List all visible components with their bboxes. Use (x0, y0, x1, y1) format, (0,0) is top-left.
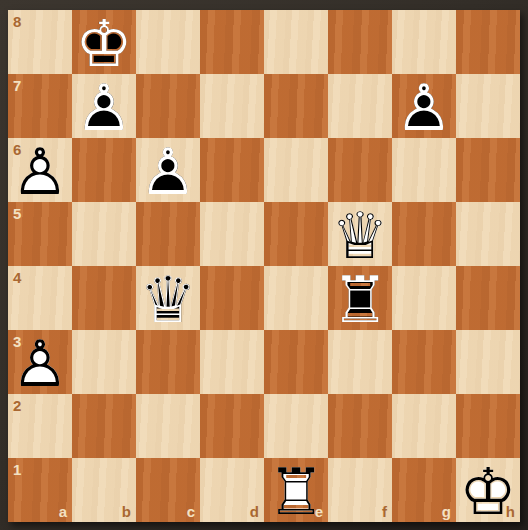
square-a1[interactable]: 1a (8, 458, 72, 522)
square-b1[interactable]: b (72, 458, 136, 522)
square-g1[interactable]: g (392, 458, 456, 522)
square-e4[interactable] (264, 266, 328, 330)
rank-label-1: 1 (13, 462, 21, 477)
square-g5[interactable] (392, 202, 456, 266)
square-a7[interactable]: 7 (8, 74, 72, 138)
square-f3[interactable] (328, 330, 392, 394)
black-rook-f4[interactable]: ♜♖ (328, 266, 392, 330)
square-f5[interactable]: ♛♕ (328, 202, 392, 266)
square-e1[interactable]: e♜♖ (264, 458, 328, 522)
square-c8[interactable] (136, 10, 200, 74)
square-g4[interactable] (392, 266, 456, 330)
square-c3[interactable] (136, 330, 200, 394)
square-h2[interactable] (456, 394, 520, 458)
square-d3[interactable] (200, 330, 264, 394)
square-g2[interactable] (392, 394, 456, 458)
square-e6[interactable] (264, 138, 328, 202)
square-a8[interactable]: 8 (8, 10, 72, 74)
white-pawn-outline-glyph: ♙ (11, 332, 68, 396)
rank-label-4: 4 (13, 270, 21, 285)
white-pawn-outline-glyph: ♙ (11, 140, 68, 204)
square-h6[interactable] (456, 138, 520, 202)
file-label-a: a (59, 504, 67, 519)
white-rook-e1[interactable]: ♜♖ (264, 458, 328, 522)
square-c6[interactable]: ♟♙ (136, 138, 200, 202)
square-a2[interactable]: 2 (8, 394, 72, 458)
white-pawn-a3[interactable]: ♟♙ (8, 330, 72, 394)
square-g6[interactable] (392, 138, 456, 202)
black-king-b8[interactable]: ♚♔ (72, 10, 136, 74)
square-b6[interactable] (72, 138, 136, 202)
square-f7[interactable] (328, 74, 392, 138)
square-f1[interactable]: f (328, 458, 392, 522)
square-b5[interactable] (72, 202, 136, 266)
square-g7[interactable]: ♟♙ (392, 74, 456, 138)
square-c2[interactable] (136, 394, 200, 458)
square-c7[interactable] (136, 74, 200, 138)
square-h7[interactable] (456, 74, 520, 138)
square-a4[interactable]: 4 (8, 266, 72, 330)
file-label-f: f (382, 504, 387, 519)
white-king-h1[interactable]: ♚♔ (456, 458, 520, 522)
white-queen-outline-glyph: ♕ (331, 204, 388, 268)
black-queen-c4[interactable]: ♛♕ (136, 266, 200, 330)
square-a6[interactable]: 6♟♙ (8, 138, 72, 202)
rank-label-8: 8 (13, 14, 21, 29)
white-pawn-a6[interactable]: ♟♙ (8, 138, 72, 202)
square-d5[interactable] (200, 202, 264, 266)
square-h1[interactable]: h♚♔ (456, 458, 520, 522)
square-d6[interactable] (200, 138, 264, 202)
file-label-d: d (250, 504, 259, 519)
square-b7[interactable]: ♟♙ (72, 74, 136, 138)
square-e3[interactable] (264, 330, 328, 394)
white-rook-outline-glyph: ♖ (267, 460, 324, 524)
square-d7[interactable] (200, 74, 264, 138)
square-e2[interactable] (264, 394, 328, 458)
file-label-c: c (187, 504, 195, 519)
file-label-g: g (442, 504, 451, 519)
square-b8[interactable]: ♚♔ (72, 10, 136, 74)
black-rook-outline-glyph: ♖ (331, 268, 388, 332)
square-g8[interactable] (392, 10, 456, 74)
chessboard: 8♚♔7♟♙♟♙6♟♙♟♙5♛♕4♛♕♜♖3♟♙21abcde♜♖fgh♚♔ (8, 10, 520, 522)
square-h3[interactable] (456, 330, 520, 394)
black-pawn-outline-glyph: ♙ (395, 76, 452, 140)
white-queen-f5[interactable]: ♛♕ (328, 202, 392, 266)
black-pawn-g7[interactable]: ♟♙ (392, 74, 456, 138)
black-king-outline-glyph: ♔ (75, 12, 132, 76)
square-a5[interactable]: 5 (8, 202, 72, 266)
square-f8[interactable] (328, 10, 392, 74)
square-d8[interactable] (200, 10, 264, 74)
square-h4[interactable] (456, 266, 520, 330)
square-b4[interactable] (72, 266, 136, 330)
black-queen-outline-glyph: ♕ (139, 268, 196, 332)
square-e5[interactable] (264, 202, 328, 266)
square-b2[interactable] (72, 394, 136, 458)
black-pawn-b7[interactable]: ♟♙ (72, 74, 136, 138)
square-f2[interactable] (328, 394, 392, 458)
square-g3[interactable] (392, 330, 456, 394)
square-c5[interactable] (136, 202, 200, 266)
square-d1[interactable]: d (200, 458, 264, 522)
square-h5[interactable] (456, 202, 520, 266)
square-c1[interactable]: c (136, 458, 200, 522)
rank-label-7: 7 (13, 78, 21, 93)
file-label-b: b (122, 504, 131, 519)
square-h8[interactable] (456, 10, 520, 74)
square-b3[interactable] (72, 330, 136, 394)
square-f6[interactable] (328, 138, 392, 202)
square-e8[interactable] (264, 10, 328, 74)
board-frame: 8♚♔7♟♙♟♙6♟♙♟♙5♛♕4♛♕♜♖3♟♙21abcde♜♖fgh♚♔ (0, 0, 528, 530)
square-d4[interactable] (200, 266, 264, 330)
white-king-outline-glyph: ♔ (459, 460, 516, 524)
square-e7[interactable] (264, 74, 328, 138)
square-f4[interactable]: ♜♖ (328, 266, 392, 330)
black-pawn-outline-glyph: ♙ (75, 76, 132, 140)
square-a3[interactable]: 3♟♙ (8, 330, 72, 394)
black-pawn-outline-glyph: ♙ (139, 140, 196, 204)
black-pawn-c6[interactable]: ♟♙ (136, 138, 200, 202)
square-d2[interactable] (200, 394, 264, 458)
square-c4[interactable]: ♛♕ (136, 266, 200, 330)
